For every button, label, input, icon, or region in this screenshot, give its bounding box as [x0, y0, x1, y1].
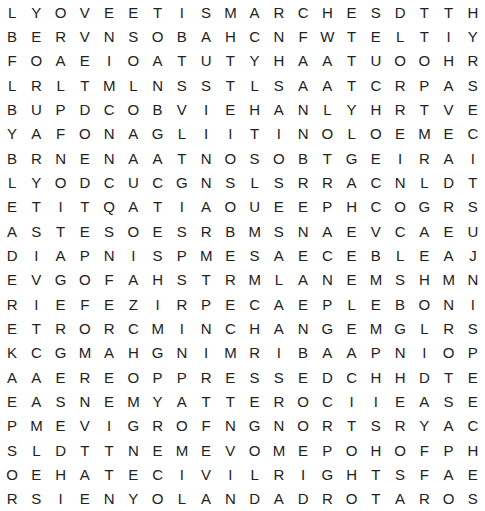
grid-cell-r6c2[interactable]: A — [24, 122, 48, 146]
grid-cell-r2c5[interactable]: N — [97, 24, 121, 48]
grid-cell-r12c6[interactable]: A — [121, 268, 145, 292]
grid-cell-r16c14[interactable]: D — [315, 365, 339, 389]
grid-cell-r5c2[interactable]: U — [24, 97, 48, 121]
grid-cell-r18c4[interactable]: V — [73, 414, 97, 438]
grid-cell-r6c20[interactable]: C — [461, 122, 485, 146]
grid-cell-r15c20[interactable]: P — [461, 341, 485, 365]
grid-cell-r15c19[interactable]: O — [437, 341, 461, 365]
grid-cell-r20c16[interactable]: T — [364, 462, 388, 486]
grid-cell-r16c6[interactable]: O — [121, 365, 145, 389]
grid-cell-r11c16[interactable]: B — [364, 243, 388, 267]
grid-cell-r7c6[interactable]: A — [121, 146, 145, 170]
grid-cell-r12c4[interactable]: O — [73, 268, 97, 292]
grid-cell-r9c11[interactable]: U — [243, 195, 267, 219]
grid-cell-r12c20[interactable]: N — [461, 268, 485, 292]
grid-cell-r11c19[interactable]: A — [437, 243, 461, 267]
grid-cell-r1c11[interactable]: A — [243, 0, 267, 24]
grid-cell-r11c1[interactable]: D — [0, 243, 24, 267]
grid-cell-r1c18[interactable]: T — [412, 0, 436, 24]
grid-cell-r5c14[interactable]: L — [315, 97, 339, 121]
grid-cell-r5c19[interactable]: V — [437, 97, 461, 121]
grid-cell-r20c19[interactable]: A — [437, 462, 461, 486]
grid-cell-r3c20[interactable]: R — [461, 49, 485, 73]
grid-cell-r19c11[interactable]: O — [243, 438, 267, 462]
grid-cell-r10c19[interactable]: E — [437, 219, 461, 243]
grid-cell-r14c12[interactable]: A — [267, 316, 291, 340]
grid-cell-r10c6[interactable]: O — [121, 219, 145, 243]
grid-cell-r18c18[interactable]: Y — [412, 414, 436, 438]
grid-cell-r5c5[interactable]: C — [97, 97, 121, 121]
grid-cell-r2c20[interactable]: Y — [461, 24, 485, 48]
grid-cell-r13c6[interactable]: Z — [121, 292, 145, 316]
grid-cell-r18c9[interactable]: F — [194, 414, 218, 438]
grid-cell-r18c11[interactable]: G — [243, 414, 267, 438]
grid-cell-r15c15[interactable]: A — [340, 341, 364, 365]
grid-cell-r13c20[interactable]: I — [461, 292, 485, 316]
grid-cell-r16c4[interactable]: R — [73, 365, 97, 389]
grid-cell-r17c14[interactable]: C — [315, 389, 339, 413]
grid-cell-r3c16[interactable]: U — [364, 49, 388, 73]
grid-cell-r11c14[interactable]: C — [315, 243, 339, 267]
grid-cell-r15c5[interactable]: A — [97, 341, 121, 365]
grid-cell-r11c15[interactable]: E — [340, 243, 364, 267]
grid-cell-r14c2[interactable]: T — [24, 316, 48, 340]
grid-cell-r12c19[interactable]: M — [437, 268, 461, 292]
grid-cell-r4c13[interactable]: A — [291, 73, 315, 97]
grid-cell-r17c16[interactable]: I — [364, 389, 388, 413]
grid-cell-r20c11[interactable]: L — [243, 462, 267, 486]
grid-cell-r5c17[interactable]: R — [388, 97, 412, 121]
grid-cell-r12c13[interactable]: A — [291, 268, 315, 292]
grid-cell-r6c11[interactable]: T — [243, 122, 267, 146]
grid-cell-r8c16[interactable]: C — [364, 170, 388, 194]
grid-cell-r16c2[interactable]: A — [24, 365, 48, 389]
grid-cell-r17c17[interactable]: E — [388, 389, 412, 413]
grid-cell-r11c10[interactable]: E — [218, 243, 242, 267]
grid-cell-r6c12[interactable]: I — [267, 122, 291, 146]
grid-cell-r10c2[interactable]: S — [24, 219, 48, 243]
grid-cell-r2c11[interactable]: C — [243, 24, 267, 48]
grid-cell-r18c15[interactable]: T — [340, 414, 364, 438]
grid-cell-r15c2[interactable]: C — [24, 341, 48, 365]
grid-cell-r20c3[interactable]: H — [49, 462, 73, 486]
grid-cell-r18c8[interactable]: O — [170, 414, 194, 438]
grid-cell-r9c19[interactable]: R — [437, 195, 461, 219]
grid-cell-r2c1[interactable]: B — [0, 24, 24, 48]
grid-cell-r21c2[interactable]: S — [24, 487, 48, 511]
grid-cell-r7c17[interactable]: I — [388, 146, 412, 170]
grid-cell-r13c11[interactable]: C — [243, 292, 267, 316]
grid-cell-r16c11[interactable]: S — [243, 365, 267, 389]
grid-cell-r6c16[interactable]: O — [364, 122, 388, 146]
grid-cell-r17c4[interactable]: N — [73, 389, 97, 413]
grid-cell-r16c16[interactable]: H — [364, 365, 388, 389]
grid-cell-r1c6[interactable]: E — [121, 0, 145, 24]
grid-cell-r17c1[interactable]: E — [0, 389, 24, 413]
grid-cell-r10c10[interactable]: B — [218, 219, 242, 243]
grid-cell-r6c6[interactable]: A — [121, 122, 145, 146]
grid-cell-r10c15[interactable]: E — [340, 219, 364, 243]
grid-cell-r9c7[interactable]: T — [146, 195, 170, 219]
grid-cell-r9c20[interactable]: S — [461, 195, 485, 219]
grid-cell-r2c10[interactable]: H — [218, 24, 242, 48]
grid-cell-r17c12[interactable]: R — [267, 389, 291, 413]
grid-cell-r14c8[interactable]: I — [170, 316, 194, 340]
grid-cell-r3c7[interactable]: A — [146, 49, 170, 73]
grid-cell-r9c12[interactable]: E — [267, 195, 291, 219]
grid-cell-r14c9[interactable]: N — [194, 316, 218, 340]
grid-cell-r14c19[interactable]: R — [437, 316, 461, 340]
grid-cell-r18c2[interactable]: M — [24, 414, 48, 438]
grid-cell-r10c7[interactable]: E — [146, 219, 170, 243]
grid-cell-r20c17[interactable]: S — [388, 462, 412, 486]
grid-cell-r14c6[interactable]: C — [121, 316, 145, 340]
grid-cell-r16c1[interactable]: A — [0, 365, 24, 389]
grid-cell-r17c6[interactable]: M — [121, 389, 145, 413]
grid-cell-r14c11[interactable]: H — [243, 316, 267, 340]
grid-cell-r18c6[interactable]: G — [121, 414, 145, 438]
grid-cell-r2c9[interactable]: A — [194, 24, 218, 48]
grid-cell-r4c10[interactable]: T — [218, 73, 242, 97]
grid-cell-r17c15[interactable]: I — [340, 389, 364, 413]
grid-cell-r15c7[interactable]: G — [146, 341, 170, 365]
grid-cell-r21c19[interactable]: O — [437, 487, 461, 511]
grid-cell-r16c15[interactable]: C — [340, 365, 364, 389]
grid-cell-r8c2[interactable]: Y — [24, 170, 48, 194]
grid-cell-r12c10[interactable]: R — [218, 268, 242, 292]
grid-cell-r4c3[interactable]: L — [49, 73, 73, 97]
grid-cell-r16c8[interactable]: P — [170, 365, 194, 389]
grid-cell-r20c1[interactable]: O — [0, 462, 24, 486]
grid-cell-r13c7[interactable]: I — [146, 292, 170, 316]
grid-cell-r9c16[interactable]: C — [364, 195, 388, 219]
grid-cell-r17c11[interactable]: E — [243, 389, 267, 413]
grid-cell-r1c16[interactable]: S — [364, 0, 388, 24]
grid-cell-r15c8[interactable]: N — [170, 341, 194, 365]
grid-cell-r3c18[interactable]: O — [412, 49, 436, 73]
grid-cell-r9c9[interactable]: A — [194, 195, 218, 219]
grid-cell-r14c20[interactable]: S — [461, 316, 485, 340]
grid-cell-r14c10[interactable]: C — [218, 316, 242, 340]
grid-cell-r20c5[interactable]: T — [97, 462, 121, 486]
grid-cell-r4c8[interactable]: S — [170, 73, 194, 97]
grid-cell-r1c7[interactable]: T — [146, 0, 170, 24]
grid-cell-r19c19[interactable]: P — [437, 438, 461, 462]
grid-cell-r3c19[interactable]: H — [437, 49, 461, 73]
grid-cell-r1c14[interactable]: H — [315, 0, 339, 24]
grid-cell-r13c4[interactable]: F — [73, 292, 97, 316]
grid-cell-r15c11[interactable]: R — [243, 341, 267, 365]
grid-cell-r11c8[interactable]: P — [170, 243, 194, 267]
grid-cell-r7c11[interactable]: S — [243, 146, 267, 170]
grid-cell-r19c2[interactable]: L — [24, 438, 48, 462]
grid-cell-r9c6[interactable]: A — [121, 195, 145, 219]
grid-cell-r12c2[interactable]: V — [24, 268, 48, 292]
grid-cell-r7c13[interactable]: B — [291, 146, 315, 170]
grid-cell-r3c15[interactable]: T — [340, 49, 364, 73]
grid-cell-r16c10[interactable]: E — [218, 365, 242, 389]
grid-cell-r19c14[interactable]: P — [315, 438, 339, 462]
grid-cell-r3c9[interactable]: U — [194, 49, 218, 73]
grid-cell-r16c20[interactable]: E — [461, 365, 485, 389]
grid-cell-r8c15[interactable]: A — [340, 170, 364, 194]
grid-cell-r2c7[interactable]: O — [146, 24, 170, 48]
grid-cell-r4c19[interactable]: A — [437, 73, 461, 97]
grid-cell-r12c18[interactable]: H — [412, 268, 436, 292]
grid-cell-r5c20[interactable]: E — [461, 97, 485, 121]
grid-cell-r18c3[interactable]: E — [49, 414, 73, 438]
grid-cell-r10c5[interactable]: S — [97, 219, 121, 243]
grid-cell-r4c2[interactable]: R — [24, 73, 48, 97]
grid-cell-r16c3[interactable]: E — [49, 365, 73, 389]
grid-cell-r9c10[interactable]: O — [218, 195, 242, 219]
grid-cell-r21c20[interactable]: S — [461, 487, 485, 511]
grid-cell-r17c7[interactable]: Y — [146, 389, 170, 413]
grid-cell-r1c9[interactable]: S — [194, 0, 218, 24]
grid-cell-r21c9[interactable]: A — [194, 487, 218, 511]
grid-cell-r11c18[interactable]: E — [412, 243, 436, 267]
grid-cell-r2c15[interactable]: T — [340, 24, 364, 48]
grid-cell-r20c15[interactable]: H — [340, 462, 364, 486]
grid-cell-r11c5[interactable]: N — [97, 243, 121, 267]
grid-cell-r19c17[interactable]: O — [388, 438, 412, 462]
grid-cell-r14c3[interactable]: R — [49, 316, 73, 340]
grid-cell-r21c5[interactable]: N — [97, 487, 121, 511]
grid-cell-r16c18[interactable]: D — [412, 365, 436, 389]
grid-cell-r14c1[interactable]: E — [0, 316, 24, 340]
grid-cell-r4c7[interactable]: N — [146, 73, 170, 97]
grid-cell-r1c2[interactable]: Y — [24, 0, 48, 24]
grid-cell-r9c2[interactable]: T — [24, 195, 48, 219]
grid-cell-r10c1[interactable]: A — [0, 219, 24, 243]
grid-cell-r3c1[interactable]: F — [0, 49, 24, 73]
grid-cell-r8c3[interactable]: O — [49, 170, 73, 194]
grid-cell-r19c5[interactable]: T — [97, 438, 121, 462]
grid-cell-r2c19[interactable]: I — [437, 24, 461, 48]
grid-cell-r15c14[interactable]: A — [315, 341, 339, 365]
grid-cell-r12c9[interactable]: T — [194, 268, 218, 292]
grid-cell-r20c4[interactable]: A — [73, 462, 97, 486]
grid-cell-r8c1[interactable]: L — [0, 170, 24, 194]
grid-cell-r18c12[interactable]: N — [267, 414, 291, 438]
grid-cell-r19c13[interactable]: E — [291, 438, 315, 462]
grid-cell-r18c16[interactable]: S — [364, 414, 388, 438]
grid-cell-r19c12[interactable]: M — [267, 438, 291, 462]
grid-cell-r20c18[interactable]: F — [412, 462, 436, 486]
grid-cell-r9c17[interactable]: O — [388, 195, 412, 219]
grid-cell-r1c5[interactable]: E — [97, 0, 121, 24]
grid-cell-r6c14[interactable]: O — [315, 122, 339, 146]
grid-cell-r8c6[interactable]: U — [121, 170, 145, 194]
grid-cell-r5c6[interactable]: O — [121, 97, 145, 121]
grid-cell-r3c5[interactable]: I — [97, 49, 121, 73]
grid-cell-r8c10[interactable]: S — [218, 170, 242, 194]
grid-cell-r3c2[interactable]: O — [24, 49, 48, 73]
grid-cell-r12c12[interactable]: L — [267, 268, 291, 292]
grid-cell-r8c19[interactable]: D — [437, 170, 461, 194]
grid-cell-r15c9[interactable]: I — [194, 341, 218, 365]
grid-cell-r17c8[interactable]: A — [170, 389, 194, 413]
grid-cell-r9c13[interactable]: E — [291, 195, 315, 219]
grid-cell-r8c13[interactable]: R — [291, 170, 315, 194]
grid-cell-r6c4[interactable]: O — [73, 122, 97, 146]
grid-cell-r19c7[interactable]: E — [146, 438, 170, 462]
grid-cell-r3c12[interactable]: H — [267, 49, 291, 73]
grid-cell-r13c10[interactable]: E — [218, 292, 242, 316]
grid-cell-r10c18[interactable]: A — [412, 219, 436, 243]
grid-cell-r15c13[interactable]: B — [291, 341, 315, 365]
grid-cell-r12c17[interactable]: S — [388, 268, 412, 292]
grid-cell-r10c13[interactable]: N — [291, 219, 315, 243]
grid-cell-r8c18[interactable]: L — [412, 170, 436, 194]
grid-cell-r21c17[interactable]: A — [388, 487, 412, 511]
grid-cell-r14c18[interactable]: L — [412, 316, 436, 340]
grid-cell-r10c16[interactable]: V — [364, 219, 388, 243]
grid-cell-r3c13[interactable]: A — [291, 49, 315, 73]
grid-cell-r11c11[interactable]: S — [243, 243, 267, 267]
grid-cell-r6c17[interactable]: E — [388, 122, 412, 146]
grid-cell-r12c3[interactable]: G — [49, 268, 73, 292]
grid-cell-r21c8[interactable]: L — [170, 487, 194, 511]
grid-cell-r15c17[interactable]: N — [388, 341, 412, 365]
grid-cell-r21c12[interactable]: A — [267, 487, 291, 511]
grid-cell-r6c7[interactable]: G — [146, 122, 170, 146]
grid-cell-r11c12[interactable]: A — [267, 243, 291, 267]
grid-cell-r12c1[interactable]: E — [0, 268, 24, 292]
grid-cell-r7c1[interactable]: B — [0, 146, 24, 170]
grid-cell-r20c13[interactable]: I — [291, 462, 315, 486]
grid-cell-r21c10[interactable]: N — [218, 487, 242, 511]
grid-cell-r10c17[interactable]: C — [388, 219, 412, 243]
grid-cell-r1c15[interactable]: E — [340, 0, 364, 24]
grid-cell-r5c18[interactable]: T — [412, 97, 436, 121]
grid-cell-r7c3[interactable]: N — [49, 146, 73, 170]
grid-cell-r14c15[interactable]: E — [340, 316, 364, 340]
grid-cell-r20c8[interactable]: I — [170, 462, 194, 486]
grid-cell-r1c1[interactable]: L — [0, 0, 24, 24]
grid-cell-r15c10[interactable]: M — [218, 341, 242, 365]
grid-cell-r15c3[interactable]: G — [49, 341, 73, 365]
grid-cell-r11c20[interactable]: J — [461, 243, 485, 267]
grid-cell-r20c2[interactable]: E — [24, 462, 48, 486]
grid-cell-r4c16[interactable]: C — [364, 73, 388, 97]
grid-cell-r6c15[interactable]: L — [340, 122, 364, 146]
grid-cell-r18c7[interactable]: R — [146, 414, 170, 438]
grid-cell-r19c20[interactable]: H — [461, 438, 485, 462]
grid-cell-r10c8[interactable]: S — [170, 219, 194, 243]
grid-cell-r2c8[interactable]: B — [170, 24, 194, 48]
grid-cell-r14c7[interactable]: M — [146, 316, 170, 340]
grid-cell-r6c1[interactable]: Y — [0, 122, 24, 146]
grid-cell-r1c10[interactable]: M — [218, 0, 242, 24]
grid-cell-r20c6[interactable]: E — [121, 462, 145, 486]
grid-cell-r13c17[interactable]: B — [388, 292, 412, 316]
grid-cell-r1c4[interactable]: V — [73, 0, 97, 24]
grid-cell-r10c3[interactable]: T — [49, 219, 73, 243]
grid-cell-r2c2[interactable]: E — [24, 24, 48, 48]
grid-cell-r7c18[interactable]: R — [412, 146, 436, 170]
grid-cell-r17c13[interactable]: O — [291, 389, 315, 413]
grid-cell-r1c13[interactable]: C — [291, 0, 315, 24]
grid-cell-r8c14[interactable]: R — [315, 170, 339, 194]
grid-cell-r8c20[interactable]: T — [461, 170, 485, 194]
grid-cell-r6c9[interactable]: I — [194, 122, 218, 146]
grid-cell-r13c8[interactable]: R — [170, 292, 194, 316]
grid-cell-r17c10[interactable]: T — [218, 389, 242, 413]
grid-cell-r21c1[interactable]: R — [0, 487, 24, 511]
grid-cell-r16c7[interactable]: P — [146, 365, 170, 389]
grid-cell-r5c10[interactable]: E — [218, 97, 242, 121]
grid-cell-r17c9[interactable]: T — [194, 389, 218, 413]
grid-cell-r13c5[interactable]: E — [97, 292, 121, 316]
grid-cell-r7c5[interactable]: N — [97, 146, 121, 170]
grid-cell-r6c18[interactable]: M — [412, 122, 436, 146]
grid-cell-r5c9[interactable]: I — [194, 97, 218, 121]
grid-cell-r18c14[interactable]: R — [315, 414, 339, 438]
grid-cell-r12c8[interactable]: S — [170, 268, 194, 292]
grid-cell-r9c14[interactable]: P — [315, 195, 339, 219]
grid-cell-r2c16[interactable]: E — [364, 24, 388, 48]
grid-cell-r21c11[interactable]: D — [243, 487, 267, 511]
grid-cell-r12c16[interactable]: M — [364, 268, 388, 292]
grid-cell-r6c3[interactable]: F — [49, 122, 73, 146]
grid-cell-r8c11[interactable]: L — [243, 170, 267, 194]
grid-cell-r3c6[interactable]: O — [121, 49, 145, 73]
grid-cell-r9c18[interactable]: G — [412, 195, 436, 219]
grid-cell-r7c12[interactable]: O — [267, 146, 291, 170]
grid-cell-r1c8[interactable]: I — [170, 0, 194, 24]
grid-cell-r15c18[interactable]: I — [412, 341, 436, 365]
grid-cell-r11c13[interactable]: E — [291, 243, 315, 267]
grid-cell-r17c5[interactable]: E — [97, 389, 121, 413]
grid-cell-r16c17[interactable]: H — [388, 365, 412, 389]
grid-cell-r10c9[interactable]: R — [194, 219, 218, 243]
grid-cell-r4c12[interactable]: S — [267, 73, 291, 97]
grid-cell-r3c8[interactable]: T — [170, 49, 194, 73]
grid-cell-r1c17[interactable]: D — [388, 0, 412, 24]
grid-cell-r14c4[interactable]: O — [73, 316, 97, 340]
grid-cell-r18c19[interactable]: A — [437, 414, 461, 438]
grid-cell-r7c9[interactable]: N — [194, 146, 218, 170]
grid-cell-r13c15[interactable]: L — [340, 292, 364, 316]
grid-cell-r15c4[interactable]: M — [73, 341, 97, 365]
grid-cell-r14c17[interactable]: G — [388, 316, 412, 340]
grid-cell-r3c10[interactable]: T — [218, 49, 242, 73]
grid-cell-r12c15[interactable]: E — [340, 268, 364, 292]
grid-cell-r8c5[interactable]: C — [97, 170, 121, 194]
grid-cell-r1c12[interactable]: R — [267, 0, 291, 24]
grid-cell-r21c16[interactable]: T — [364, 487, 388, 511]
grid-cell-r17c19[interactable]: S — [437, 389, 461, 413]
grid-cell-r17c18[interactable]: A — [412, 389, 436, 413]
grid-cell-r2c14[interactable]: W — [315, 24, 339, 48]
grid-cell-r12c5[interactable]: F — [97, 268, 121, 292]
grid-cell-r4c18[interactable]: P — [412, 73, 436, 97]
grid-cell-r8c12[interactable]: S — [267, 170, 291, 194]
grid-cell-r21c6[interactable]: Y — [121, 487, 145, 511]
grid-cell-r16c5[interactable]: E — [97, 365, 121, 389]
grid-cell-r7c10[interactable]: O — [218, 146, 242, 170]
grid-cell-r5c16[interactable]: H — [364, 97, 388, 121]
grid-cell-r15c1[interactable]: K — [0, 341, 24, 365]
grid-cell-r8c9[interactable]: N — [194, 170, 218, 194]
grid-cell-r4c14[interactable]: A — [315, 73, 339, 97]
grid-cell-r7c4[interactable]: E — [73, 146, 97, 170]
grid-cell-r3c3[interactable]: A — [49, 49, 73, 73]
grid-cell-r13c9[interactable]: P — [194, 292, 218, 316]
grid-cell-r3c11[interactable]: Y — [243, 49, 267, 73]
grid-cell-r4c9[interactable]: S — [194, 73, 218, 97]
